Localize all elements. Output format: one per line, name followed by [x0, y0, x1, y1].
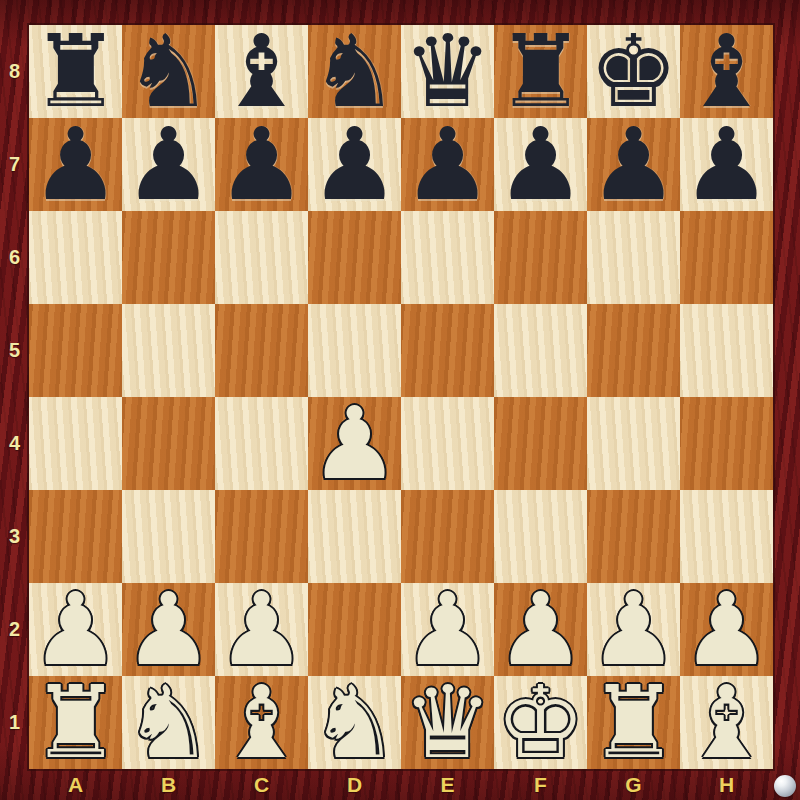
square-g7[interactable]: ♟ [587, 118, 680, 211]
piece-black-knight[interactable]: ♞ [310, 25, 400, 118]
square-e8[interactable]: ♛ [401, 25, 494, 118]
square-c4[interactable] [215, 397, 308, 490]
piece-black-pawn[interactable]: ♟ [31, 118, 121, 211]
square-f1[interactable]: ♚ [494, 676, 587, 769]
file-label-g: G [587, 769, 680, 800]
square-b7[interactable]: ♟ [122, 118, 215, 211]
square-g1[interactable]: ♜ [587, 676, 680, 769]
piece-white-bishop[interactable]: ♝ [682, 676, 772, 769]
piece-white-bishop[interactable]: ♝ [217, 676, 307, 769]
piece-white-king[interactable]: ♚ [496, 676, 586, 769]
square-b3[interactable] [122, 490, 215, 583]
piece-black-pawn[interactable]: ♟ [682, 118, 772, 211]
square-e2[interactable]: ♟ [401, 583, 494, 676]
square-e6[interactable] [401, 211, 494, 304]
piece-white-knight[interactable]: ♞ [310, 676, 400, 769]
piece-white-queen[interactable]: ♛ [403, 676, 493, 769]
square-f4[interactable] [494, 397, 587, 490]
square-h7[interactable]: ♟ [680, 118, 773, 211]
square-d1[interactable]: ♞ [308, 676, 401, 769]
square-d4[interactable]: ♟ [308, 397, 401, 490]
file-label-e: E [401, 769, 494, 800]
square-a8[interactable]: ♜ [29, 25, 122, 118]
square-h5[interactable] [680, 304, 773, 397]
square-g4[interactable] [587, 397, 680, 490]
square-h2[interactable]: ♟ [680, 583, 773, 676]
piece-white-pawn[interactable]: ♟ [31, 583, 121, 676]
piece-black-king[interactable]: ♚ [589, 25, 679, 118]
square-e5[interactable] [401, 304, 494, 397]
rank-labels: 87654321 [0, 25, 29, 769]
square-c2[interactable]: ♟ [215, 583, 308, 676]
square-a2[interactable]: ♟ [29, 583, 122, 676]
rank-label-7: 7 [0, 118, 29, 211]
rank-label-3: 3 [0, 490, 29, 583]
square-f6[interactable] [494, 211, 587, 304]
white-to-move-ball-icon [774, 775, 796, 797]
piece-black-pawn[interactable]: ♟ [589, 118, 679, 211]
square-b2[interactable]: ♟ [122, 583, 215, 676]
square-a7[interactable]: ♟ [29, 118, 122, 211]
file-label-d: D [308, 769, 401, 800]
square-a3[interactable] [29, 490, 122, 583]
square-d8[interactable]: ♞ [308, 25, 401, 118]
square-b4[interactable] [122, 397, 215, 490]
rank-label-2: 2 [0, 583, 29, 676]
piece-black-pawn[interactable]: ♟ [124, 118, 214, 211]
square-a5[interactable] [29, 304, 122, 397]
square-g2[interactable]: ♟ [587, 583, 680, 676]
piece-black-bishop[interactable]: ♝ [682, 25, 772, 118]
square-d3[interactable] [308, 490, 401, 583]
piece-black-rook[interactable]: ♜ [31, 25, 121, 118]
square-c1[interactable]: ♝ [215, 676, 308, 769]
square-e7[interactable]: ♟ [401, 118, 494, 211]
piece-white-pawn[interactable]: ♟ [496, 583, 586, 676]
square-f5[interactable] [494, 304, 587, 397]
piece-white-pawn[interactable]: ♟ [682, 583, 772, 676]
square-d2[interactable] [308, 583, 401, 676]
square-g3[interactable] [587, 490, 680, 583]
square-h1[interactable]: ♝ [680, 676, 773, 769]
file-label-c: C [215, 769, 308, 800]
square-c3[interactable] [215, 490, 308, 583]
square-a6[interactable] [29, 211, 122, 304]
piece-white-pawn[interactable]: ♟ [124, 583, 214, 676]
square-h6[interactable] [680, 211, 773, 304]
piece-black-pawn[interactable]: ♟ [217, 118, 307, 211]
rank-label-8: 8 [0, 25, 29, 118]
piece-white-rook[interactable]: ♜ [589, 676, 679, 769]
piece-white-pawn[interactable]: ♟ [589, 583, 679, 676]
file-label-a: A [29, 769, 122, 800]
square-f2[interactable]: ♟ [494, 583, 587, 676]
piece-white-knight[interactable]: ♞ [124, 676, 214, 769]
square-a4[interactable] [29, 397, 122, 490]
piece-black-pawn[interactable]: ♟ [496, 118, 586, 211]
file-label-f: F [494, 769, 587, 800]
piece-white-pawn[interactable]: ♟ [310, 397, 400, 490]
piece-black-pawn[interactable]: ♟ [403, 118, 493, 211]
square-h8[interactable]: ♝ [680, 25, 773, 118]
square-c7[interactable]: ♟ [215, 118, 308, 211]
rank-label-6: 6 [0, 211, 29, 304]
piece-white-rook[interactable]: ♜ [31, 676, 121, 769]
square-a1[interactable]: ♜ [29, 676, 122, 769]
rank-label-1: 1 [0, 676, 29, 769]
piece-white-pawn[interactable]: ♟ [217, 583, 307, 676]
square-f3[interactable] [494, 490, 587, 583]
square-e4[interactable] [401, 397, 494, 490]
square-b6[interactable] [122, 211, 215, 304]
piece-black-bishop[interactable]: ♝ [217, 25, 307, 118]
square-f8[interactable]: ♜ [494, 25, 587, 118]
file-labels: ABCDEFGH [29, 769, 773, 800]
piece-white-pawn[interactable]: ♟ [403, 583, 493, 676]
square-e3[interactable] [401, 490, 494, 583]
piece-black-rook[interactable]: ♜ [496, 25, 586, 118]
square-c6[interactable] [215, 211, 308, 304]
square-d7[interactable]: ♟ [308, 118, 401, 211]
square-h4[interactable] [680, 397, 773, 490]
rank-label-5: 5 [0, 304, 29, 397]
square-h3[interactable] [680, 490, 773, 583]
square-d6[interactable] [308, 211, 401, 304]
chess-board: ♜♞♝♞♛♜♚♝♟♟♟♟♟♟♟♟♟♟♟♟♟♟♟♟♜♞♝♞♛♚♜♝ [29, 25, 773, 769]
rank-label-4: 4 [0, 397, 29, 490]
file-label-h: H [680, 769, 773, 800]
square-g6[interactable] [587, 211, 680, 304]
square-c5[interactable] [215, 304, 308, 397]
piece-black-pawn[interactable]: ♟ [310, 118, 400, 211]
square-c8[interactable]: ♝ [215, 25, 308, 118]
square-g8[interactable]: ♚ [587, 25, 680, 118]
file-label-b: B [122, 769, 215, 800]
square-b1[interactable]: ♞ [122, 676, 215, 769]
square-d5[interactable] [308, 304, 401, 397]
piece-black-queen[interactable]: ♛ [403, 25, 493, 118]
square-g5[interactable] [587, 304, 680, 397]
square-e1[interactable]: ♛ [401, 676, 494, 769]
piece-black-knight[interactable]: ♞ [124, 25, 214, 118]
square-b5[interactable] [122, 304, 215, 397]
square-b8[interactable]: ♞ [122, 25, 215, 118]
square-f7[interactable]: ♟ [494, 118, 587, 211]
